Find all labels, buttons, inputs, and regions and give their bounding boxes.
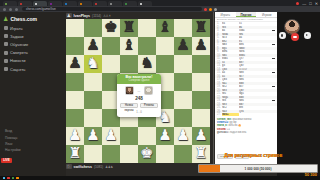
piece-black-pawn[interactable]: ♟ (84, 37, 102, 55)
square-h7[interactable]: ♟ (192, 37, 210, 55)
top-player-rating: (1154) (92, 14, 101, 18)
square-g4[interactable] (174, 91, 192, 109)
stream-donation-text: Для регулярных стримов (224, 153, 308, 158)
piece-white-knight[interactable]: ♞ (84, 55, 102, 73)
chat-username[interactable]: guest401: (217, 131, 230, 134)
webcam-panel (277, 12, 320, 176)
bottom-player-rating: (1081) (94, 165, 103, 169)
sidebar-item-label: Задачи (10, 34, 23, 39)
dialog-avatars: — (117, 86, 161, 95)
sidebar-item-Новости[interactable]: Новости (0, 57, 66, 65)
square-f8[interactable]: ♝ (156, 19, 174, 37)
taskbar-app-icon[interactable] (3, 177, 5, 179)
square-h5[interactable] (192, 73, 210, 91)
forward-icon[interactable] (9, 8, 12, 11)
square-e7[interactable] (138, 37, 156, 55)
top-player-bar: ♟ IvanPlays (1154) ♙♙♗ (66, 12, 212, 19)
square-a1[interactable]: ♜ (66, 145, 84, 163)
square-h2[interactable]: ♟ (192, 127, 210, 145)
top-player-captured-pieces: ♙♙♗ (103, 14, 111, 18)
square-c2[interactable]: ♟ (102, 127, 120, 145)
eval-bar (272, 30, 275, 31)
end-call-icon (293, 36, 297, 37)
loser-avatar (144, 86, 153, 95)
eval-bar (272, 100, 275, 101)
piece-black-pawn[interactable]: ♟ (66, 55, 84, 73)
chat-text: ладья висела (230, 131, 246, 134)
vs-separator: — (138, 89, 141, 93)
tab-favicon (35, 3, 37, 5)
sidebar-item-icon (4, 67, 8, 71)
sidebar-item-Играть[interactable]: Играть (0, 24, 66, 32)
piece-white-pawn[interactable]: ♟ (174, 127, 192, 145)
square-b7[interactable]: ♟ (84, 37, 102, 55)
rematch-button[interactable]: Реванш (140, 103, 158, 108)
square-b1[interactable] (84, 145, 102, 163)
sidebar-item-label: Играть (10, 26, 23, 31)
piece-white-king[interactable]: ♚ (138, 145, 156, 163)
square-f2[interactable]: ♟ (156, 127, 174, 145)
screen: — □ ✕ chess.com/game/live ♟ Chess.com Иг… (0, 0, 320, 180)
sidebar-item-Смотреть[interactable]: Смотреть (0, 49, 66, 57)
sidebar-footer: ВходПомощьЯзыкНастройки (0, 128, 66, 154)
tab-favicon (65, 3, 67, 5)
donation-progress-bar: 1 000 000 (50 000) (198, 164, 318, 173)
logo-text: Chess.com (10, 16, 37, 22)
bottom-player-bar: ♘ swiftchess (1081) ♟♟♞ (66, 163, 212, 170)
sidebar-item-icon (4, 42, 8, 46)
move-list: 1.e4c52.Nf3d63.d4cxd44.Nxd4Nf65.Nc3a66.B… (215, 22, 277, 117)
square-f1[interactable] (156, 145, 174, 163)
bottom-player-name[interactable]: swiftchess (74, 165, 92, 169)
square-b6[interactable]: ♞ (84, 55, 102, 73)
piece-black-rook[interactable]: ♜ (192, 19, 210, 37)
piece-black-king[interactable]: ♚ (102, 19, 120, 37)
square-h4[interactable] (192, 91, 210, 109)
taskbar-app-icon[interactable] (7, 177, 9, 179)
square-b3[interactable] (84, 109, 102, 127)
taskbar (0, 176, 320, 180)
square-h8[interactable]: ♜ (192, 19, 210, 37)
chesscom-logo[interactable]: ♟ Chess.com (0, 12, 66, 24)
game-over-dialog: Вы выиграли! Соперник сдался — 248 Новая… (117, 74, 161, 117)
dialog-buttons: Новая партия Реванш (117, 103, 161, 108)
sidebar-footer-item-Настройки[interactable]: Настройки (0, 147, 66, 153)
camera-icon (306, 34, 308, 36)
end-call-button[interactable] (291, 33, 299, 41)
square-d7[interactable]: ♝ (120, 37, 138, 55)
square-e1[interactable]: ♚ (138, 145, 156, 163)
piece-black-bishop[interactable]: ♝ (156, 19, 174, 37)
square-c8[interactable]: ♚ (102, 19, 120, 37)
piece-white-pawn[interactable]: ♟ (66, 127, 84, 145)
sidebar-item-icon (4, 34, 8, 38)
square-d2[interactable] (120, 127, 138, 145)
square-g5[interactable] (174, 73, 192, 91)
square-c7[interactable] (102, 37, 120, 55)
black-move[interactable]: Qc6 (239, 110, 256, 113)
panel-tab-Игроки[interactable]: Игроки (256, 12, 277, 17)
panel-tab-Партии[interactable]: Партии (236, 12, 257, 17)
page-scrollbar[interactable] (213, 12, 214, 166)
square-b5[interactable] (84, 73, 102, 91)
square-f6[interactable] (156, 55, 174, 73)
square-c6[interactable] (102, 55, 120, 73)
current-move-highlighted[interactable]: Nb6+ (222, 113, 239, 116)
eval-bar (272, 44, 275, 45)
sidebar-item-icon (4, 51, 8, 55)
sidebar-item-label: Смотреть (10, 50, 28, 55)
recording-dot-icon (296, 2, 299, 5)
square-g8[interactable] (174, 19, 192, 37)
eval-bar (272, 58, 275, 59)
top-player-avatar[interactable]: ♟ (66, 13, 72, 19)
winner-avatar (125, 86, 134, 95)
sidebar-item-icon (4, 59, 8, 63)
dialog-subtitle: Соперник сдался (117, 79, 161, 82)
piece-black-pawn[interactable]: ♟ (174, 37, 192, 55)
sidebar-item-icon (4, 26, 8, 30)
sidebar-item-label: Обучение (10, 42, 28, 47)
square-g3[interactable] (174, 109, 192, 127)
live-badge: LIVE (1, 158, 12, 163)
side-panel: ИгратьПартииИгроки Быстрая партия (10 ми… (215, 12, 277, 166)
sidebar: ♟ Chess.com ИгратьЗадачиОбучениеСмотреть… (0, 12, 66, 176)
pawn-logo-icon: ♟ (3, 15, 8, 22)
square-g7[interactable]: ♟ (174, 37, 192, 55)
reload-icon[interactable] (15, 8, 18, 11)
back-icon[interactable] (3, 8, 6, 11)
close-button[interactable]: ✕ (315, 1, 318, 6)
square-h1[interactable]: ♜ (192, 145, 210, 163)
top-player-name[interactable]: IvanPlays (74, 14, 91, 18)
donation-progress-label: 1 000 000 (50 000) (199, 165, 317, 173)
eval-bar (272, 86, 275, 87)
sidebar-item-label: Новости (10, 58, 25, 63)
square-g1[interactable] (174, 145, 192, 163)
square-d6[interactable] (120, 55, 138, 73)
square-a8[interactable] (66, 19, 84, 37)
square-a5[interactable] (66, 73, 84, 91)
square-d8[interactable]: ♜ (120, 19, 138, 37)
extension-icon[interactable] (209, 8, 212, 11)
piece-white-pawn[interactable]: ♟ (156, 127, 174, 145)
dialog-rating: 248 (117, 96, 161, 101)
piece-black-pawn[interactable]: ♟ (192, 37, 210, 55)
tab-favicon (20, 3, 22, 5)
piece-white-pawn[interactable]: ♟ (192, 127, 210, 145)
piece-white-rook[interactable]: ♜ (192, 145, 210, 163)
square-b2[interactable]: ♟ (84, 127, 102, 145)
piece-white-pawn[interactable]: ♟ (102, 127, 120, 145)
move-number: 27. (215, 113, 222, 116)
url-field[interactable]: chess.com/game/live (22, 7, 202, 11)
panel-tab-Играть[interactable]: Играть (215, 12, 236, 17)
square-g2[interactable]: ♟ (174, 127, 192, 145)
square-a7[interactable] (66, 37, 84, 55)
taskbar-app-icon[interactable] (16, 177, 18, 179)
square-e8[interactable] (138, 19, 156, 37)
square-a6[interactable]: ♟ (66, 55, 84, 73)
chat-message: guest401: ладья висела (215, 131, 277, 134)
sidebar-item-label: Соцсеть (10, 67, 25, 72)
tab-favicon (110, 3, 112, 5)
square-b4[interactable] (84, 91, 102, 109)
dialog-score: 1 - 0 (117, 110, 161, 114)
square-a2[interactable]: ♟ (66, 127, 84, 145)
square-h6[interactable] (192, 55, 210, 73)
square-e2[interactable] (138, 127, 156, 145)
piece-black-bishop[interactable]: ♝ (120, 37, 138, 55)
square-e6[interactable]: ♞ (138, 55, 156, 73)
piece-black-rook[interactable]: ♜ (120, 19, 138, 37)
square-a4[interactable] (66, 91, 84, 109)
bottom-player-avatar[interactable]: ♘ (66, 164, 72, 170)
tab-favicon (5, 3, 7, 5)
piece-white-rook[interactable]: ♜ (66, 145, 84, 163)
dialog-header: Вы выиграли! Соперник сдался (117, 74, 161, 84)
chat-text: конь b6 🔥 (228, 124, 241, 127)
tab-favicon (80, 3, 82, 5)
square-b8[interactable] (84, 19, 102, 37)
mic-button[interactable] (279, 32, 286, 39)
square-f7[interactable] (156, 37, 174, 55)
minimize-button[interactable]: — (302, 1, 306, 6)
piece-white-pawn[interactable]: ♟ (84, 127, 102, 145)
square-c1[interactable] (102, 145, 120, 163)
square-g6[interactable] (174, 55, 192, 73)
tab-favicon (95, 3, 97, 5)
square-d1[interactable] (120, 145, 138, 163)
sidebar-item-Задачи[interactable]: Задачи (0, 32, 66, 40)
extension-icon[interactable] (204, 8, 207, 11)
piece-black-knight[interactable]: ♞ (138, 55, 156, 73)
new-game-button[interactable]: Новая партия (120, 103, 138, 108)
bottom-player-captured-pieces: ♟♟♞ (105, 165, 113, 169)
square-h3[interactable] (192, 109, 210, 127)
mic-icon (281, 34, 283, 37)
maximize-button[interactable]: □ (309, 1, 311, 6)
eval-bar (272, 72, 275, 73)
camera-button[interactable] (304, 32, 311, 39)
square-a3[interactable] (66, 109, 84, 127)
tab-favicon (50, 3, 52, 5)
sidebar-item-Соцсеть[interactable]: Соцсеть (0, 65, 66, 73)
tab-favicon (125, 3, 127, 5)
chat-list: stream_fan: красивая вилка!viewer22: gg … (215, 117, 277, 135)
taskbar-app-icon[interactable] (12, 177, 14, 179)
sidebar-item-Обучение[interactable]: Обучение (0, 40, 66, 48)
sidebar-menu: ИгратьЗадачиОбучениеСмотретьНовостиСоцсе… (0, 24, 66, 73)
tab-favicon (140, 3, 142, 5)
profile-avatar-icon[interactable] (214, 8, 217, 11)
